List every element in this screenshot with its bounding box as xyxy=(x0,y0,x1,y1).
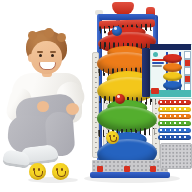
spare-track-strip-blue xyxy=(158,128,191,133)
boy-right-hand xyxy=(66,103,79,115)
boy-right-brow xyxy=(50,51,56,53)
box-art-cone xyxy=(163,81,182,90)
base-connector xyxy=(124,166,130,172)
box-callout xyxy=(184,59,191,67)
red-marble xyxy=(115,94,125,104)
box-logo-dot xyxy=(153,52,158,57)
box-title-line xyxy=(152,65,162,67)
smiley-ball-floor-right xyxy=(52,163,69,180)
box-art-cone xyxy=(163,63,182,72)
boy-hair-curl xyxy=(57,33,66,42)
box-callout xyxy=(184,67,191,75)
boy-hair-curl xyxy=(44,28,54,38)
boy-left-eye xyxy=(39,54,42,57)
blue-marble xyxy=(112,26,122,36)
spare-track-strip-yellow xyxy=(158,107,191,112)
box-callout xyxy=(184,51,191,59)
boy-left-hand xyxy=(37,101,49,112)
boy-right-eye xyxy=(51,54,54,57)
spare-perforated-plate xyxy=(160,143,192,169)
product-photo xyxy=(0,0,192,192)
spare-track-strip-blue xyxy=(158,135,191,140)
box-art-cone xyxy=(163,54,182,63)
spare-track-strip-red xyxy=(158,100,191,105)
spare-track-strip-green xyxy=(158,121,191,126)
box-art-cone xyxy=(163,72,182,81)
spare-track-strip-orange xyxy=(158,114,191,119)
box-callout xyxy=(184,75,191,83)
base-front-beam xyxy=(90,172,170,178)
box-corner-badge xyxy=(151,88,159,94)
base-connector xyxy=(97,166,103,172)
base-connector xyxy=(150,166,156,172)
boy-left-brow xyxy=(37,51,43,53)
box-top-band xyxy=(150,44,191,50)
boy-hair-curl xyxy=(28,31,37,40)
box-side-panel xyxy=(142,48,150,97)
box-title-line xyxy=(152,62,164,64)
smiley-ball-floor-left xyxy=(29,163,46,180)
smiley-marble-on-track xyxy=(106,131,119,144)
